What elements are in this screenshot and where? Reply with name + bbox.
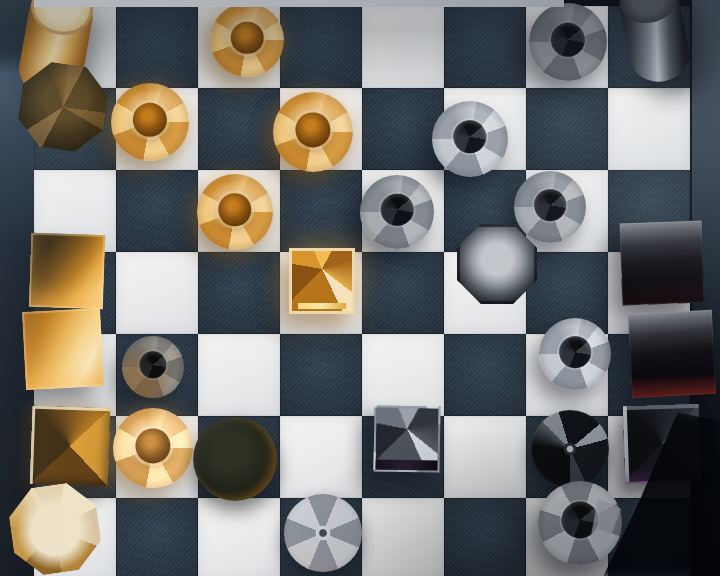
square-f8[interactable] bbox=[444, 6, 526, 88]
piece-glyph: ♖ bbox=[22, 312, 23, 313]
piece-smoke-knight[interactable]: ♞ bbox=[531, 410, 609, 488]
piece-smoke-queen[interactable]: ♛ bbox=[457, 224, 537, 304]
square-e2[interactable] bbox=[362, 498, 444, 576]
square-b8[interactable] bbox=[116, 6, 198, 88]
piece-glyph: ♜ bbox=[628, 314, 629, 315]
piece-glyph: ♗ bbox=[32, 406, 33, 407]
piece-glyph: ♝ bbox=[623, 406, 624, 407]
piece-smoke-pawn[interactable]: ♟ bbox=[529, 3, 607, 81]
square-d6[interactable] bbox=[280, 170, 362, 252]
piece-amber-pawn[interactable]: ♙ bbox=[210, 3, 284, 77]
square-e7[interactable] bbox=[362, 88, 444, 170]
piece-amber-pawn[interactable]: ♙ bbox=[197, 174, 273, 250]
piece-amber-bishop[interactable]: ♗ bbox=[30, 406, 111, 487]
piece-amber-pawn[interactable]: ♙ bbox=[273, 92, 353, 172]
piece-glyph: ♜ bbox=[620, 223, 621, 224]
square-f3[interactable] bbox=[444, 416, 526, 498]
piece-smoke-pawn[interactable]: ♟ bbox=[539, 318, 611, 390]
piece-glyph: ♗ bbox=[292, 251, 293, 252]
piece-smoke-pawn[interactable]: ♟ bbox=[193, 417, 277, 501]
square-h7[interactable] bbox=[608, 88, 690, 170]
piece-glyph: ♝ bbox=[377, 407, 378, 408]
square-c7[interactable] bbox=[198, 88, 280, 170]
square-f2[interactable] bbox=[444, 498, 526, 576]
piece-smoke-pawn[interactable]: ♟ bbox=[122, 336, 184, 398]
chess-board: ♔♙♟♚♕♙♙♟♙♟♟♖♗♛♜♖♟♟♜♗♙♟♝♞♝♘♞♟ bbox=[34, 6, 690, 576]
square-e8[interactable] bbox=[362, 6, 444, 88]
square-b6[interactable] bbox=[116, 170, 198, 252]
square-d8[interactable] bbox=[280, 6, 362, 88]
square-f4[interactable] bbox=[444, 334, 526, 416]
square-c5[interactable] bbox=[198, 252, 280, 334]
piece-amber-pawn[interactable]: ♙ bbox=[111, 83, 189, 161]
square-b5[interactable] bbox=[116, 252, 198, 334]
piece-smoke-knight[interactable]: ♞ bbox=[284, 494, 362, 572]
piece-amber-rook[interactable]: ♖ bbox=[29, 233, 106, 310]
piece-amber-rook[interactable]: ♖ bbox=[22, 308, 104, 390]
square-e4[interactable] bbox=[362, 334, 444, 416]
square-d4[interactable] bbox=[280, 334, 362, 416]
square-b2[interactable] bbox=[116, 498, 198, 576]
piece-smoke-rook[interactable]: ♜ bbox=[628, 310, 716, 398]
piece-amber-pawn[interactable]: ♙ bbox=[113, 408, 193, 488]
board-edge-margin bbox=[34, 0, 564, 7]
piece-smoke-pawn[interactable]: ♟ bbox=[432, 101, 508, 177]
piece-amber-bishop[interactable]: ♗ bbox=[289, 248, 355, 314]
piece-smoke-bishop[interactable]: ♝ bbox=[373, 405, 440, 472]
chessboard-photo: ♔♙♟♚♕♙♙♟♙♟♟♖♗♛♜♖♟♟♜♗♙♟♝♞♝♘♞♟ bbox=[0, 0, 720, 576]
piece-smoke-pawn[interactable]: ♟ bbox=[514, 171, 586, 243]
square-c2[interactable] bbox=[198, 498, 280, 576]
square-c4[interactable] bbox=[198, 334, 280, 416]
square-e5[interactable] bbox=[362, 252, 444, 334]
square-d3[interactable] bbox=[280, 416, 362, 498]
piece-smoke-rook[interactable]: ♜ bbox=[620, 221, 705, 306]
piece-glyph: ♖ bbox=[31, 233, 32, 234]
square-g7[interactable] bbox=[526, 88, 608, 170]
piece-smoke-pawn[interactable]: ♟ bbox=[360, 175, 434, 249]
